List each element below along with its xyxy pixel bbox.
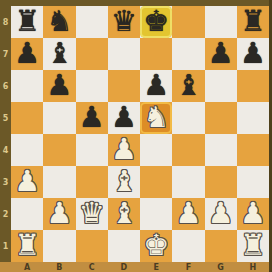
square-h3[interactable] (237, 166, 269, 198)
square-d4[interactable]: ♟ (108, 134, 140, 166)
square-b6[interactable]: ♟ (43, 70, 75, 102)
white-pawn: ♟ (111, 135, 137, 164)
white-pawn: ♟ (208, 199, 234, 228)
square-h5[interactable] (237, 102, 269, 134)
black-pawn: ♟ (240, 39, 266, 68)
square-a5[interactable] (11, 102, 43, 134)
square-d3[interactable]: ♝ (108, 166, 140, 198)
square-c1[interactable] (76, 230, 108, 262)
square-c8[interactable] (76, 6, 108, 38)
file-label-d: D (108, 262, 140, 272)
square-c6[interactable] (76, 70, 108, 102)
square-d6[interactable] (108, 70, 140, 102)
square-e5[interactable]: ♞ (140, 102, 172, 134)
black-queen: ♛ (111, 7, 137, 36)
square-g8[interactable] (205, 6, 237, 38)
square-b7[interactable]: ♝ (43, 38, 75, 70)
white-pawn: ♟ (14, 167, 40, 196)
square-a1[interactable]: ♜ (11, 230, 43, 262)
square-a2[interactable] (11, 198, 43, 230)
file-label-b: B (43, 262, 75, 272)
board-right-border (269, 0, 272, 272)
square-d1[interactable] (108, 230, 140, 262)
black-bishop: ♝ (46, 39, 72, 68)
square-a4[interactable] (11, 134, 43, 166)
square-h7[interactable]: ♟ (237, 38, 269, 70)
white-king: ♚ (143, 231, 169, 260)
square-e1[interactable]: ♚ (140, 230, 172, 262)
file-label-c: C (76, 262, 108, 272)
rank-label-3: 3 (0, 166, 11, 198)
square-f7[interactable] (172, 38, 204, 70)
square-c3[interactable] (76, 166, 108, 198)
black-rook: ♜ (14, 7, 40, 36)
white-rook: ♜ (14, 231, 40, 260)
rank-label-2: 2 (0, 198, 11, 230)
square-g7[interactable]: ♟ (205, 38, 237, 70)
square-e8[interactable]: ♚ (140, 6, 172, 38)
square-a8[interactable]: ♜ (11, 6, 43, 38)
chess-board-frame: 87654321 ♜♞♛♚♜♟♝♟♟♟♟♝♟♟♞♟♟♝♟♛♝♟♟♟♜♚♜ ABC… (0, 0, 272, 272)
rank-label-1: 1 (0, 230, 11, 262)
square-f4[interactable] (172, 134, 204, 166)
square-b4[interactable] (43, 134, 75, 166)
white-queen: ♛ (79, 199, 105, 228)
square-e3[interactable] (140, 166, 172, 198)
white-pawn: ♟ (240, 199, 266, 228)
black-pawn: ♟ (79, 103, 105, 132)
white-bishop: ♝ (111, 199, 137, 228)
square-e6[interactable]: ♟ (140, 70, 172, 102)
square-e4[interactable] (140, 134, 172, 166)
rank-label-5: 5 (0, 102, 11, 134)
black-pawn: ♟ (46, 71, 72, 100)
rank-label-8: 8 (0, 6, 11, 38)
black-pawn: ♟ (143, 71, 169, 100)
square-c2[interactable]: ♛ (76, 198, 108, 230)
file-label-f: F (172, 262, 204, 272)
file-label-g: G (205, 262, 237, 272)
file-label-e: E (140, 262, 172, 272)
square-f8[interactable] (172, 6, 204, 38)
black-pawn: ♟ (111, 103, 137, 132)
square-h1[interactable]: ♜ (237, 230, 269, 262)
square-f1[interactable] (172, 230, 204, 262)
square-h4[interactable] (237, 134, 269, 166)
square-e7[interactable] (140, 38, 172, 70)
rank-label-4: 4 (0, 134, 11, 166)
white-pawn: ♟ (46, 199, 72, 228)
square-e2[interactable] (140, 198, 172, 230)
rank-label-7: 7 (0, 38, 11, 70)
square-h8[interactable]: ♜ (237, 6, 269, 38)
square-f3[interactable] (172, 166, 204, 198)
square-g6[interactable] (205, 70, 237, 102)
square-b1[interactable] (43, 230, 75, 262)
square-c4[interactable] (76, 134, 108, 166)
black-bishop: ♝ (175, 71, 201, 100)
square-g5[interactable] (205, 102, 237, 134)
square-b8[interactable]: ♞ (43, 6, 75, 38)
black-pawn: ♟ (14, 39, 40, 68)
chess-board: ♜♞♛♚♜♟♝♟♟♟♟♝♟♟♞♟♟♝♟♛♝♟♟♟♜♚♜ (11, 6, 269, 262)
square-a7[interactable]: ♟ (11, 38, 43, 70)
square-f2[interactable]: ♟ (172, 198, 204, 230)
square-h2[interactable]: ♟ (237, 198, 269, 230)
square-f6[interactable]: ♝ (172, 70, 204, 102)
file-label-a: A (11, 262, 43, 272)
square-g4[interactable] (205, 134, 237, 166)
square-g1[interactable] (205, 230, 237, 262)
square-d7[interactable] (108, 38, 140, 70)
file-label-h: H (237, 262, 269, 272)
square-c7[interactable] (76, 38, 108, 70)
white-knight: ♞ (143, 103, 169, 132)
file-labels-rail: ABCDEFGH (11, 262, 269, 272)
square-b3[interactable] (43, 166, 75, 198)
white-pawn: ♟ (175, 199, 201, 228)
square-f5[interactable] (172, 102, 204, 134)
square-d2[interactable]: ♝ (108, 198, 140, 230)
square-g3[interactable] (205, 166, 237, 198)
square-d8[interactable]: ♛ (108, 6, 140, 38)
square-b2[interactable]: ♟ (43, 198, 75, 230)
square-h6[interactable] (237, 70, 269, 102)
black-knight: ♞ (46, 7, 72, 36)
square-c5[interactable]: ♟ (76, 102, 108, 134)
square-a3[interactable]: ♟ (11, 166, 43, 198)
square-d5[interactable]: ♟ (108, 102, 140, 134)
square-a6[interactable] (11, 70, 43, 102)
white-bishop: ♝ (111, 167, 137, 196)
black-pawn: ♟ (208, 39, 234, 68)
black-rook: ♜ (240, 7, 266, 36)
black-king: ♚ (143, 7, 169, 36)
square-b5[interactable] (43, 102, 75, 134)
rank-label-6: 6 (0, 70, 11, 102)
white-rook: ♜ (240, 231, 266, 260)
square-g2[interactable]: ♟ (205, 198, 237, 230)
rank-labels-rail: 87654321 (0, 6, 11, 262)
